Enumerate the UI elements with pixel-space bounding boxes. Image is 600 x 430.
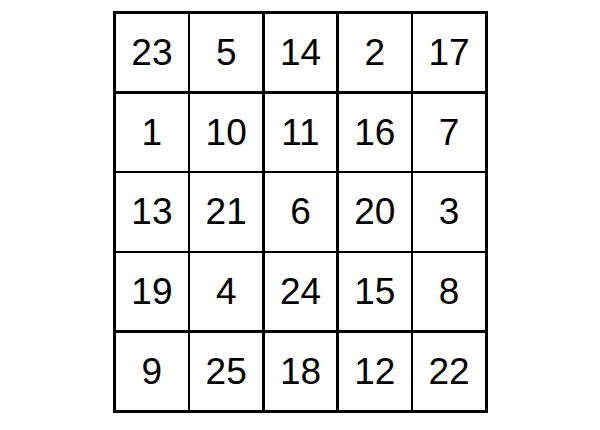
grid-cell-r5-c1[interactable]: 9 (116, 333, 188, 410)
grid-cell-r2-c4[interactable]: 16 (339, 94, 411, 171)
grid-cell-r2-c2[interactable]: 10 (190, 94, 262, 171)
grid-cell-r5-c3[interactable]: 18 (265, 333, 337, 410)
grid-cell-r1-c1[interactable]: 23 (116, 14, 188, 91)
grid-cell-r2-c5[interactable]: 7 (413, 94, 485, 171)
grid-cell-r1-c2[interactable]: 5 (190, 14, 262, 91)
grid-cell-r4-c4[interactable]: 15 (339, 253, 411, 330)
number-grid-board: 2351421711011167132162031942415892518122… (113, 11, 488, 413)
grid-cell-r5-c4[interactable]: 12 (339, 333, 411, 410)
grid-cell-r5-c2[interactable]: 25 (190, 333, 262, 410)
grid-cell-r2-c1[interactable]: 1 (116, 94, 188, 171)
grid-cell-r3-c3[interactable]: 6 (265, 173, 337, 250)
grid-cell-r1-c3[interactable]: 14 (265, 14, 337, 91)
grid-cell-r3-c1[interactable]: 13 (116, 173, 188, 250)
grid-cell-r3-c2[interactable]: 21 (190, 173, 262, 250)
grid-cell-r4-c2[interactable]: 4 (190, 253, 262, 330)
grid-cell-r2-c3[interactable]: 11 (265, 94, 337, 171)
grid-cell-r1-c4[interactable]: 2 (339, 14, 411, 91)
grid-cell-r1-c5[interactable]: 17 (413, 14, 485, 91)
grid-cell-r4-c3[interactable]: 24 (265, 253, 337, 330)
grid-cell-r4-c1[interactable]: 19 (116, 253, 188, 330)
grid-cell-r3-c4[interactable]: 20 (339, 173, 411, 250)
grid-cell-r4-c5[interactable]: 8 (413, 253, 485, 330)
grid-cell-r3-c5[interactable]: 3 (413, 173, 485, 250)
grid-cell-r5-c5[interactable]: 22 (413, 333, 485, 410)
page: 2351421711011167132162031942415892518122… (0, 0, 600, 430)
